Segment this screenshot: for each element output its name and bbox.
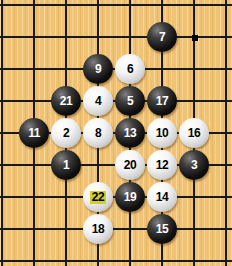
move-number: 4 xyxy=(95,94,101,108)
stone-black-19: 19 xyxy=(115,182,145,212)
stone-black-3: 3 xyxy=(179,150,209,180)
move-number: 13 xyxy=(124,126,136,140)
move-number: 5 xyxy=(127,94,133,108)
move-number: 3 xyxy=(191,158,197,172)
move-number: 19 xyxy=(124,190,136,204)
move-number: 15 xyxy=(156,222,168,236)
stone-black-13: 13 xyxy=(115,118,145,148)
stone-white-14: 14 xyxy=(147,182,177,212)
stone-white-16: 16 xyxy=(179,118,209,148)
stone-white-20: 20 xyxy=(115,150,145,180)
star-point xyxy=(192,35,198,41)
move-number: 14 xyxy=(156,190,168,204)
move-number: 20 xyxy=(124,158,136,172)
stone-white-10: 10 xyxy=(147,118,177,148)
stone-black-1: 1 xyxy=(51,150,81,180)
move-number: 16 xyxy=(188,126,200,140)
stone-white-18: 18 xyxy=(83,214,113,244)
stone-white-4: 4 xyxy=(83,86,113,116)
stone-white-22: 22 xyxy=(83,182,113,212)
move-number: 17 xyxy=(156,94,168,108)
stone-black-9: 9 xyxy=(83,54,113,84)
move-number: 9 xyxy=(95,62,101,76)
stone-black-17: 17 xyxy=(147,86,177,116)
stone-white-12: 12 xyxy=(147,150,177,180)
move-number: 12 xyxy=(156,158,168,172)
move-number: 2 xyxy=(63,126,69,140)
stone-black-11: 11 xyxy=(19,118,49,148)
move-number: 10 xyxy=(156,126,168,140)
stone-white-6: 6 xyxy=(115,54,145,84)
move-number: 21 xyxy=(60,94,72,108)
stone-black-21: 21 xyxy=(51,86,81,116)
stone-black-15: 15 xyxy=(147,214,177,244)
move-number: 18 xyxy=(92,222,104,236)
stone-white-8: 8 xyxy=(83,118,113,148)
stone-black-5: 5 xyxy=(115,86,145,116)
move-number: 1 xyxy=(63,158,69,172)
move-number: 8 xyxy=(95,126,101,140)
last-move-highlight: 22 xyxy=(90,191,106,204)
stone-black-7: 7 xyxy=(147,22,177,52)
move-number: 6 xyxy=(127,62,133,76)
move-number: 11 xyxy=(28,126,40,140)
stone-white-2: 2 xyxy=(51,118,81,148)
gomoku-board[interactable]: 12345678910111213141516171819202122 xyxy=(0,0,232,266)
move-number: 7 xyxy=(159,30,165,44)
